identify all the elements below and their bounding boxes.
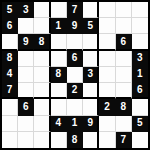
cell-r6c9-given-6: 6 [132,83,148,99]
cell-r9c2-empty[interactable] [18,132,34,148]
cell-r9c3-empty[interactable] [34,132,50,148]
cell-r5c4-given-8: 8 [51,67,67,83]
cell-r5c6-given-3: 3 [83,67,99,83]
cell-r5c7-empty[interactable] [99,67,115,83]
cell-r3c8-given-6: 6 [116,34,132,50]
cell-r7c6-empty[interactable] [83,99,99,115]
cell-r7c8-given-8: 8 [116,99,132,115]
cell-r3c1-empty[interactable] [2,34,18,50]
cell-r7c7-given-2: 2 [99,99,115,115]
cell-r1c3-empty[interactable] [34,2,50,18]
cell-r7c4-empty[interactable] [51,99,67,115]
cell-r3c5-empty[interactable] [67,34,83,50]
cell-r6c4-empty[interactable] [51,83,67,99]
cell-r8c4-given-4: 4 [51,116,67,132]
cell-r7c2-given-6: 6 [18,99,34,115]
cell-r5c5-empty[interactable] [67,67,83,83]
cell-r2c4-given-1: 1 [51,18,67,34]
cell-r5c2-empty[interactable] [18,67,34,83]
cell-r3c7-empty[interactable] [99,34,115,50]
cell-r4c6-empty[interactable] [83,51,99,67]
cell-r1c9-empty[interactable] [132,2,148,18]
cell-r7c3-empty[interactable] [34,99,50,115]
cell-r4c4-empty[interactable] [51,51,67,67]
cell-r1c4-empty[interactable] [51,2,67,18]
cell-r3c2-given-9: 9 [18,34,34,50]
cell-r1c1-given-5: 5 [2,2,18,18]
cell-r4c9-given-3: 3 [132,51,148,67]
cell-r9c6-empty[interactable] [83,132,99,148]
cell-r8c2-empty[interactable] [18,116,34,132]
cell-r7c5-empty[interactable] [67,99,83,115]
cell-r7c9-empty[interactable] [132,99,148,115]
cell-r9c5-given-8: 8 [67,132,83,148]
cell-r2c1-given-6: 6 [2,18,18,34]
cell-r1c2-given-3: 3 [18,2,34,18]
cell-r8c1-empty[interactable] [2,116,18,132]
cell-r2c9-empty[interactable] [132,18,148,34]
cell-r2c3-empty[interactable] [34,18,50,34]
cell-r6c5-given-2: 2 [67,83,83,99]
cell-r8c5-given-1: 1 [67,116,83,132]
cell-r4c3-empty[interactable] [34,51,50,67]
cell-r6c7-empty[interactable] [99,83,115,99]
cell-r4c8-empty[interactable] [116,51,132,67]
cell-r6c6-empty[interactable] [83,83,99,99]
cell-r9c8-given-7: 7 [116,132,132,148]
cell-r2c6-given-5: 5 [83,18,99,34]
sudoku-board: 53761959868634831726628419587 [0,0,150,150]
cell-r6c8-empty[interactable] [116,83,132,99]
cell-r4c7-empty[interactable] [99,51,115,67]
cell-r8c9-given-5: 5 [132,116,148,132]
cell-r4c2-empty[interactable] [18,51,34,67]
cell-r9c4-empty[interactable] [51,132,67,148]
cell-r8c6-given-9: 9 [83,116,99,132]
cell-r1c5-given-7: 7 [67,2,83,18]
cell-r3c3-given-8: 8 [34,34,50,50]
cell-r5c9-given-1: 1 [132,67,148,83]
cell-r3c9-empty[interactable] [132,34,148,50]
cell-r9c7-empty[interactable] [99,132,115,148]
cell-r6c1-given-7: 7 [2,83,18,99]
cell-r2c8-empty[interactable] [116,18,132,34]
cell-r1c6-empty[interactable] [83,2,99,18]
cell-r5c3-empty[interactable] [34,67,50,83]
cell-r8c7-empty[interactable] [99,116,115,132]
cell-r9c1-empty[interactable] [2,132,18,148]
cell-r9c9-empty[interactable] [132,132,148,148]
cell-r6c3-empty[interactable] [34,83,50,99]
cell-r2c7-empty[interactable] [99,18,115,34]
cell-r5c1-given-4: 4 [2,67,18,83]
cell-r1c8-empty[interactable] [116,2,132,18]
cell-r1c7-empty[interactable] [99,2,115,18]
cell-r6c2-empty[interactable] [18,83,34,99]
cell-r8c8-empty[interactable] [116,116,132,132]
cell-r2c2-empty[interactable] [18,18,34,34]
cell-r2c5-given-9: 9 [67,18,83,34]
cell-r7c1-empty[interactable] [2,99,18,115]
cell-r3c4-empty[interactable] [51,34,67,50]
cell-r5c8-empty[interactable] [116,67,132,83]
cell-r3c6-empty[interactable] [83,34,99,50]
cell-r4c5-given-6: 6 [67,51,83,67]
cell-r8c3-empty[interactable] [34,116,50,132]
cell-r4c1-given-8: 8 [2,51,18,67]
